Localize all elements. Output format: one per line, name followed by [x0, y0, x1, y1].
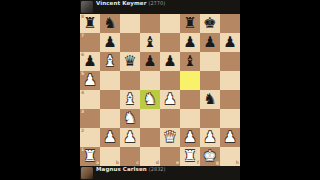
square-g1[interactable]: g♚ [200, 147, 220, 166]
square-h8[interactable] [220, 14, 240, 33]
square-g2[interactable]: ♟ [200, 128, 220, 147]
square-g5[interactable] [200, 71, 220, 90]
square-c6[interactable]: ♛ [120, 52, 140, 71]
square-b7[interactable]: ♟ [100, 33, 120, 52]
white-knight-c3[interactable]: ♞ [120, 109, 140, 128]
white-rook-f1[interactable]: ♜ [180, 147, 200, 166]
white-bishop-c4[interactable]: ♝ [120, 90, 140, 109]
white-pawn-a5[interactable]: ♟ [80, 71, 100, 90]
square-g3[interactable] [200, 109, 220, 128]
white-pawn-h2[interactable]: ♟ [220, 128, 240, 147]
square-d2[interactable] [140, 128, 160, 147]
square-f5[interactable] [180, 71, 200, 90]
black-pawn-a6[interactable]: ♟ [80, 52, 100, 71]
square-c5[interactable] [120, 71, 140, 90]
coordinate-rank-label: 7 [81, 34, 84, 39]
white-knight-d4[interactable]: ♞ [140, 90, 160, 109]
square-d7[interactable]: ♝ [140, 33, 160, 52]
black-rook-a8[interactable]: ♜ [80, 14, 100, 33]
square-f4[interactable] [180, 90, 200, 109]
square-e3[interactable] [160, 109, 180, 128]
white-pawn-c2[interactable]: ♟ [120, 128, 140, 147]
player-info-top: Vincent Keymer (2770) ♙ [96, 1, 165, 13]
square-a3[interactable]: 3 [80, 109, 100, 128]
black-knight-g4[interactable]: ♞ [200, 90, 220, 109]
game-column: Vincent Keymer (2770) ♙ 8♜♞♜♚7♟♝♟♟♟6♟♝♛♟… [80, 0, 240, 180]
coordinate-file-label: d [156, 161, 159, 166]
black-queen-c6[interactable]: ♛ [120, 52, 140, 71]
square-h6[interactable] [220, 52, 240, 71]
square-a1[interactable]: 1a♜ [80, 147, 100, 166]
black-bishop-f6[interactable]: ♝ [180, 52, 200, 71]
white-pawn-f2[interactable]: ♟ [180, 128, 200, 147]
player-avatar-top-icon [81, 1, 93, 13]
square-h4[interactable] [220, 90, 240, 109]
square-d8[interactable] [140, 14, 160, 33]
black-rook-f8[interactable]: ♜ [180, 14, 200, 33]
square-d6[interactable]: ♟ [140, 52, 160, 71]
square-b3[interactable] [100, 109, 120, 128]
square-h2[interactable]: ♟ [220, 128, 240, 147]
white-pawn-b2[interactable]: ♟ [100, 128, 120, 147]
coordinate-file-label: c [136, 161, 139, 166]
square-e2[interactable]: ♛ [160, 128, 180, 147]
video-frame: Vincent Keymer (2770) ♙ 8♜♞♜♚7♟♝♟♟♟6♟♝♛♟… [0, 0, 320, 180]
player-bar-bottom: Magnus Carlsen (2832) ♟ [80, 166, 240, 180]
square-e4[interactable]: ♟ [160, 90, 180, 109]
square-b8[interactable]: ♞ [100, 14, 120, 33]
square-e8[interactable] [160, 14, 180, 33]
square-a6[interactable]: 6♟ [80, 52, 100, 71]
white-king-g1[interactable]: ♚ [200, 147, 220, 166]
player-bar-top: Vincent Keymer (2770) ♙ [80, 0, 240, 14]
coordinate-file-label: h [236, 161, 239, 166]
square-e1[interactable]: e [160, 147, 180, 166]
square-b1[interactable]: b [100, 147, 120, 166]
square-a8[interactable]: 8♜ [80, 14, 100, 33]
chess-board: 8♜♞♜♚7♟♝♟♟♟6♟♝♛♟♟♝5♟4♝♞♟♞3♞2♟♟♛♟♟♟1a♜bcd… [80, 14, 240, 166]
coordinate-rank-label: 2 [81, 129, 84, 134]
black-pawn-e6[interactable]: ♟ [160, 52, 180, 71]
square-d4[interactable]: ♞ [140, 90, 160, 109]
square-c2[interactable]: ♟ [120, 128, 140, 147]
square-f7[interactable]: ♟ [180, 33, 200, 52]
square-d5[interactable] [140, 71, 160, 90]
square-e7[interactable] [160, 33, 180, 52]
square-f1[interactable]: f♜ [180, 147, 200, 166]
coordinate-rank-label: 4 [81, 91, 84, 96]
coordinate-file-label: b [116, 161, 119, 166]
square-f3[interactable] [180, 109, 200, 128]
black-knight-b8[interactable]: ♞ [100, 14, 120, 33]
black-pawn-d6[interactable]: ♟ [140, 52, 160, 71]
white-pawn-e4[interactable]: ♟ [160, 90, 180, 109]
square-c8[interactable] [120, 14, 140, 33]
square-b6[interactable]: ♝ [100, 52, 120, 71]
square-c3[interactable]: ♞ [120, 109, 140, 128]
square-g8[interactable]: ♚ [200, 14, 220, 33]
square-a4[interactable]: 4 [80, 90, 100, 109]
white-pawn-g2[interactable]: ♟ [200, 128, 220, 147]
black-pawn-g7[interactable]: ♟ [200, 33, 220, 52]
square-c7[interactable] [120, 33, 140, 52]
square-h7[interactable]: ♟ [220, 33, 240, 52]
square-c1[interactable]: c [120, 147, 140, 166]
player-name-bottom: Magnus Carlsen [96, 167, 147, 173]
square-b2[interactable]: ♟ [100, 128, 120, 147]
square-a7[interactable]: 7 [80, 33, 100, 52]
square-f2[interactable]: ♟ [180, 128, 200, 147]
square-h1[interactable]: h [220, 147, 240, 166]
square-b4[interactable] [100, 90, 120, 109]
square-b5[interactable] [100, 71, 120, 90]
square-d1[interactable]: d [140, 147, 160, 166]
square-a5[interactable]: 5♟ [80, 71, 100, 90]
square-g6[interactable] [200, 52, 220, 71]
player-rating-top: (2770) [148, 1, 165, 6]
black-bishop-d7[interactable]: ♝ [140, 33, 160, 52]
player-name-top: Vincent Keymer [96, 1, 146, 7]
player-avatar-bottom-icon [81, 167, 93, 179]
coordinate-file-label: e [176, 161, 179, 166]
square-g7[interactable]: ♟ [200, 33, 220, 52]
square-h3[interactable] [220, 109, 240, 128]
black-king-g8[interactable]: ♚ [200, 14, 220, 33]
coordinate-rank-label: 3 [81, 110, 84, 115]
square-c4[interactable]: ♝ [120, 90, 140, 109]
black-pawn-b7[interactable]: ♟ [100, 33, 120, 52]
player-info-bottom: Magnus Carlsen (2832) ♟ [96, 167, 165, 179]
square-f8[interactable]: ♜ [180, 14, 200, 33]
square-e6[interactable]: ♟ [160, 52, 180, 71]
square-h5[interactable] [220, 71, 240, 90]
white-queen-e2[interactable]: ♛ [160, 128, 180, 147]
player-rating-bottom: (2832) [149, 167, 166, 172]
square-d3[interactable] [140, 109, 160, 128]
square-g4[interactable]: ♞ [200, 90, 220, 109]
black-pawn-h7[interactable]: ♟ [220, 33, 240, 52]
black-pawn-f7[interactable]: ♟ [180, 33, 200, 52]
square-e5[interactable] [160, 71, 180, 90]
square-a2[interactable]: 2 [80, 128, 100, 147]
square-f6[interactable]: ♝ [180, 52, 200, 71]
white-rook-a1[interactable]: ♜ [80, 147, 100, 166]
white-bishop-b6[interactable]: ♝ [100, 52, 120, 71]
